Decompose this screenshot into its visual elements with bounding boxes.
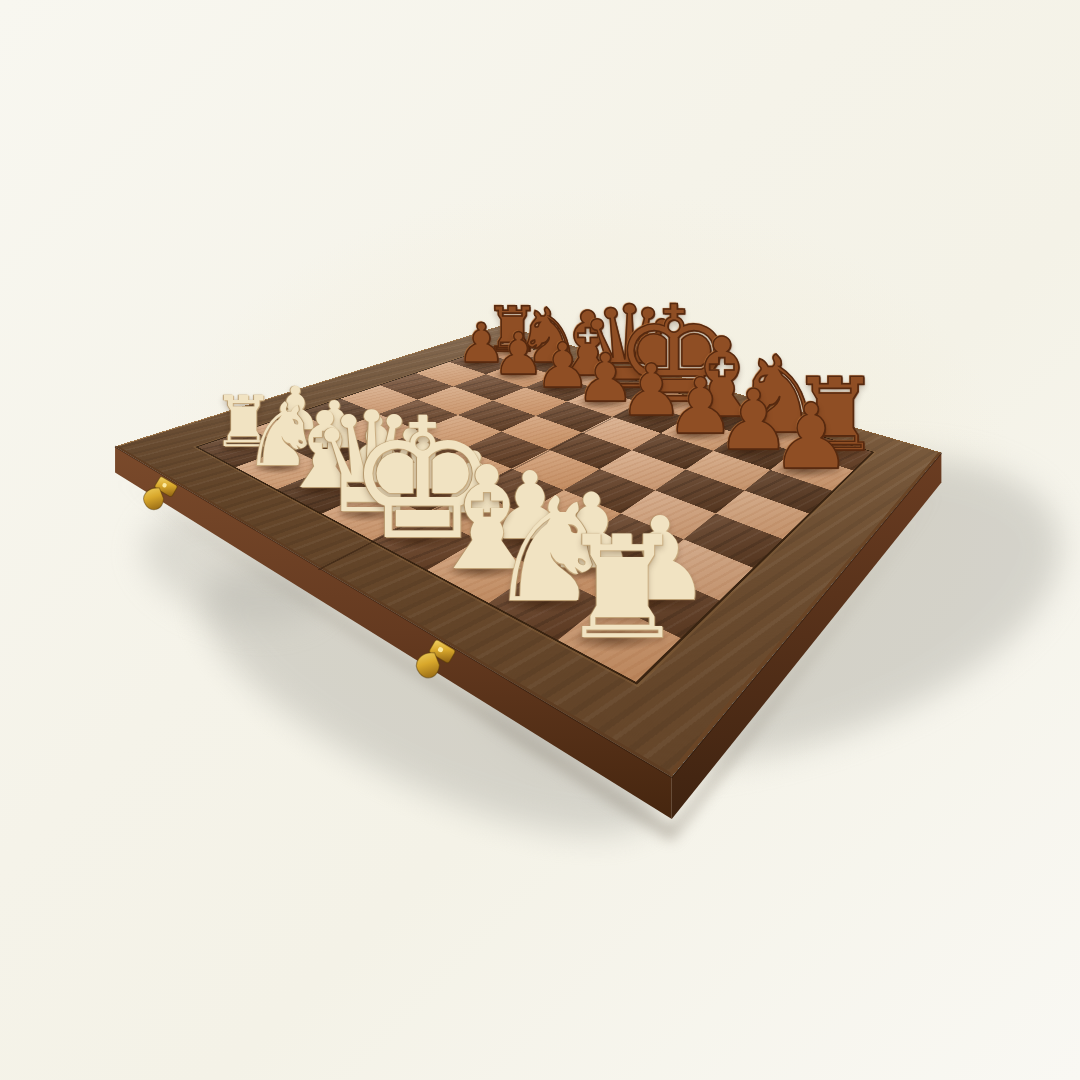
- front-bottom-clasp: [412, 637, 456, 685]
- brass-clasps-layer: [0, 0, 1080, 1080]
- product-photo-scene: ♜♞♝♛♚♝♞♜♟♟♟♟♟♟♟♟♟♟♟♟♟♟♟♟♜♞♝♛♚♝♞♜: [0, 0, 1080, 1080]
- front-left-clasp: [140, 474, 178, 515]
